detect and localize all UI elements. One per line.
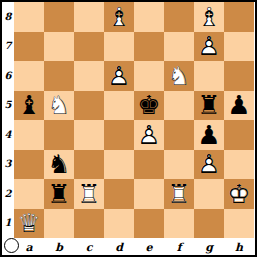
white-piece-outline: ♔ [227, 181, 250, 207]
white-rook[interactable]: ♜♖ [167, 181, 190, 207]
square-c5[interactable] [74, 91, 104, 121]
chess-board-diagram: ♝♗♝♗♟♙♟♙♞♘♝♞♘♚♜♟♟♙♟♞♟♙♜♜♖♜♖♚♔♛♕ 87654321… [0, 0, 257, 257]
square-h4[interactable] [224, 120, 254, 150]
square-a6[interactable] [14, 61, 44, 91]
rank-label-6: 6 [2, 70, 14, 82]
square-e7[interactable] [134, 32, 164, 62]
white-piece-outline: ♙ [197, 151, 220, 177]
square-g1[interactable] [194, 209, 224, 239]
square-c1[interactable] [74, 209, 104, 239]
square-h8[interactable] [224, 2, 254, 32]
black-king[interactable]: ♚ [137, 92, 160, 118]
rank-label-8: 8 [2, 11, 14, 23]
square-g4[interactable]: ♟ [194, 120, 224, 150]
square-b6[interactable] [44, 61, 74, 91]
square-a2[interactable] [14, 179, 44, 209]
file-label-e: e [134, 241, 164, 255]
square-d8[interactable]: ♝♗ [104, 2, 134, 32]
square-a8[interactable] [14, 2, 44, 32]
black-pawn[interactable]: ♟ [227, 92, 250, 118]
black-rook[interactable]: ♜ [47, 181, 70, 207]
file-label-g: g [194, 241, 224, 255]
square-f8[interactable] [164, 2, 194, 32]
white-piece-outline: ♕ [17, 210, 40, 236]
square-d2[interactable] [104, 179, 134, 209]
white-knight[interactable]: ♞♘ [167, 63, 190, 89]
white-king[interactable]: ♚♔ [227, 181, 250, 207]
square-e5[interactable]: ♚ [134, 91, 164, 121]
white-bishop[interactable]: ♝♗ [197, 4, 220, 30]
square-e8[interactable] [134, 2, 164, 32]
white-piece-outline: ♘ [47, 92, 70, 118]
square-e2[interactable] [134, 179, 164, 209]
white-piece-outline: ♙ [137, 122, 160, 148]
square-h2[interactable]: ♚♔ [224, 179, 254, 209]
rank-label-3: 3 [2, 158, 14, 170]
square-a1[interactable]: ♛♕ [14, 209, 44, 239]
square-f4[interactable] [164, 120, 194, 150]
white-piece-outline: ♗ [197, 4, 220, 30]
square-d6[interactable]: ♟♙ [104, 61, 134, 91]
white-pawn[interactable]: ♟♙ [197, 33, 220, 59]
rank-label-2: 2 [2, 188, 14, 200]
black-bishop[interactable]: ♝ [17, 92, 40, 118]
square-h3[interactable] [224, 150, 254, 180]
white-pawn[interactable]: ♟♙ [197, 151, 220, 177]
white-piece-outline: ♖ [167, 181, 190, 207]
file-label-d: d [104, 241, 134, 255]
square-b1[interactable] [44, 209, 74, 239]
square-d7[interactable] [104, 32, 134, 62]
white-queen[interactable]: ♛♕ [17, 210, 40, 236]
square-b7[interactable] [44, 32, 74, 62]
square-h1[interactable] [224, 209, 254, 239]
square-c8[interactable] [74, 2, 104, 32]
white-pawn[interactable]: ♟♙ [137, 122, 160, 148]
square-c3[interactable] [74, 150, 104, 180]
square-c2[interactable]: ♜♖ [74, 179, 104, 209]
file-label-b: b [44, 241, 74, 255]
square-b8[interactable] [44, 2, 74, 32]
square-a4[interactable] [14, 120, 44, 150]
file-label-c: c [74, 241, 104, 255]
square-d3[interactable] [104, 150, 134, 180]
file-label-f: f [164, 241, 194, 255]
square-a5[interactable]: ♝ [14, 91, 44, 121]
white-piece-outline: ♙ [197, 33, 220, 59]
square-e6[interactable] [134, 61, 164, 91]
square-h7[interactable] [224, 32, 254, 62]
rank-label-5: 5 [2, 99, 14, 111]
square-b2[interactable]: ♜ [44, 179, 74, 209]
square-a7[interactable] [14, 32, 44, 62]
rank-label-7: 7 [2, 40, 14, 52]
square-f2[interactable]: ♜♖ [164, 179, 194, 209]
square-g5[interactable]: ♜ [194, 91, 224, 121]
square-g3[interactable]: ♟♙ [194, 150, 224, 180]
square-b3[interactable]: ♞ [44, 150, 74, 180]
square-f1[interactable] [164, 209, 194, 239]
black-pawn[interactable]: ♟ [197, 122, 220, 148]
square-h6[interactable] [224, 61, 254, 91]
square-f5[interactable] [164, 91, 194, 121]
white-pawn[interactable]: ♟♙ [107, 63, 130, 89]
white-knight[interactable]: ♞♘ [47, 92, 70, 118]
rank-label-4: 4 [2, 129, 14, 141]
rank-label-1: 1 [2, 217, 14, 229]
square-c7[interactable] [74, 32, 104, 62]
white-bishop[interactable]: ♝♗ [107, 4, 130, 30]
square-g6[interactable] [194, 61, 224, 91]
square-f7[interactable] [164, 32, 194, 62]
square-d4[interactable] [104, 120, 134, 150]
square-c6[interactable] [74, 61, 104, 91]
file-label-h: h [224, 241, 254, 255]
square-g8[interactable]: ♝♗ [194, 2, 224, 32]
square-f3[interactable] [164, 150, 194, 180]
square-g2[interactable] [194, 179, 224, 209]
square-d5[interactable] [104, 91, 134, 121]
square-h5[interactable]: ♟ [224, 91, 254, 121]
chess-board: ♝♗♝♗♟♙♟♙♞♘♝♞♘♚♜♟♟♙♟♞♟♙♜♜♖♜♖♚♔♛♕ [14, 2, 254, 238]
square-a3[interactable] [14, 150, 44, 180]
square-b5[interactable]: ♞♘ [44, 91, 74, 121]
square-b4[interactable] [44, 120, 74, 150]
black-rook[interactable]: ♜ [197, 92, 220, 118]
square-e1[interactable] [134, 209, 164, 239]
square-e4[interactable]: ♟♙ [134, 120, 164, 150]
square-d1[interactable] [104, 209, 134, 239]
black-knight[interactable]: ♞ [47, 151, 70, 177]
turn-indicator-circle [4, 238, 19, 253]
white-piece-outline: ♘ [167, 63, 190, 89]
white-piece-outline: ♖ [77, 181, 100, 207]
square-g7[interactable]: ♟♙ [194, 32, 224, 62]
white-piece-outline: ♗ [107, 4, 130, 30]
white-rook[interactable]: ♜♖ [77, 181, 100, 207]
square-c4[interactable] [74, 120, 104, 150]
square-e3[interactable] [134, 150, 164, 180]
square-f6[interactable]: ♞♘ [164, 61, 194, 91]
white-piece-outline: ♙ [107, 63, 130, 89]
